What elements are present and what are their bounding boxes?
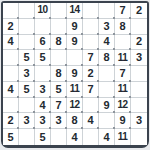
cell-r6-c6[interactable]: 7 [83,82,99,98]
cell-r9-c6[interactable] [83,129,99,145]
cell-r7-c5[interactable]: 12 [67,98,83,114]
cell-r2-c8[interactable]: 8 [115,19,131,35]
cell-r9-c7[interactable]: 4 [99,129,115,145]
cell-r8-c2[interactable]: 3 [19,113,35,129]
cell-r6-c3[interactable]: 3 [35,82,51,98]
cell-r6-c5[interactable]: 11 [67,82,83,98]
puzzle-board: 1014722938468942557811338927453511711471… [1,1,149,148]
cell-r7-c1[interactable] [3,98,19,114]
cell-r8-c3[interactable]: 3 [35,113,51,129]
cell-r1-c7[interactable] [99,3,115,19]
cell-r9-c3[interactable]: 5 [35,129,51,145]
cell-r2-c6[interactable] [83,19,99,35]
cell-r5-c6[interactable]: 2 [83,66,99,82]
cell-r4-c9[interactable]: 3 [131,50,147,66]
cell-r1-c3[interactable]: 10 [35,3,51,19]
cell-r9-c4[interactable] [51,129,67,145]
cell-r5-c5[interactable]: 9 [67,66,83,82]
cell-r4-c7[interactable]: 8 [99,50,115,66]
cell-r6-c9[interactable] [131,82,147,98]
cell-r3-c9[interactable]: 2 [131,35,147,51]
cell-r2-c2[interactable] [19,19,35,35]
cell-r5-c1[interactable] [3,66,19,82]
cell-r9-c9[interactable] [131,129,147,145]
cell-r5-c9[interactable] [131,66,147,82]
cell-r7-c9[interactable] [131,98,147,114]
cell-r1-c8[interactable]: 7 [115,3,131,19]
cell-r1-c6[interactable] [83,3,99,19]
cell-r3-c2[interactable] [19,35,35,51]
cell-r4-c3[interactable]: 5 [35,50,51,66]
cell-r5-c4[interactable]: 8 [51,66,67,82]
cell-r8-c9[interactable]: 3 [131,113,147,129]
cell-r7-c3[interactable]: 4 [35,98,51,114]
cell-r2-c1[interactable]: 2 [3,19,19,35]
cell-r9-c8[interactable]: 11 [115,129,131,145]
cell-r7-c4[interactable]: 7 [51,98,67,114]
cell-r8-c4[interactable]: 3 [51,113,67,129]
cell-r3-c3[interactable]: 6 [35,35,51,51]
cell-r2-c4[interactable] [51,19,67,35]
cell-r8-c8[interactable]: 9 [115,113,131,129]
cell-r2-c9[interactable] [131,19,147,35]
cell-r1-c9[interactable]: 2 [131,3,147,19]
cell-r3-c7[interactable]: 4 [99,35,115,51]
cell-r2-c5[interactable]: 9 [67,19,83,35]
cell-r8-c7[interactable] [99,113,115,129]
cell-r8-c6[interactable]: 4 [83,113,99,129]
cell-r4-c5[interactable] [67,50,83,66]
cell-r2-c3[interactable] [35,19,51,35]
cell-r1-c4[interactable] [51,3,67,19]
cell-r3-c1[interactable]: 4 [3,35,19,51]
cell-r7-c6[interactable] [83,98,99,114]
cell-r9-c5[interactable]: 4 [67,129,83,145]
cell-r3-c4[interactable]: 8 [51,35,67,51]
cell-r8-c1[interactable]: 2 [3,113,19,129]
cell-r9-c2[interactable] [19,129,35,145]
cell-r5-c3[interactable] [35,66,51,82]
cell-r1-c2[interactable] [19,3,35,19]
cell-r1-c5[interactable]: 14 [67,3,83,19]
cell-r5-c2[interactable]: 3 [19,66,35,82]
cell-r1-c1[interactable] [3,3,19,19]
cell-r8-c5[interactable]: 8 [67,113,83,129]
cell-r6-c8[interactable]: 11 [115,82,131,98]
cell-r4-c2[interactable]: 5 [19,50,35,66]
cell-r4-c6[interactable]: 7 [83,50,99,66]
cell-r4-c8[interactable]: 11 [115,50,131,66]
cell-r3-c6[interactable] [83,35,99,51]
cell-r4-c1[interactable] [3,50,19,66]
cell-r4-c4[interactable] [51,50,67,66]
cell-r6-c1[interactable]: 4 [3,82,19,98]
cell-r6-c7[interactable] [99,82,115,98]
cell-r7-c8[interactable]: 12 [115,98,131,114]
cell-r5-c7[interactable] [99,66,115,82]
cell-r3-c8[interactable] [115,35,131,51]
cell-r7-c2[interactable] [19,98,35,114]
cell-r6-c2[interactable]: 5 [19,82,35,98]
cell-r2-c7[interactable]: 3 [99,19,115,35]
cell-r3-c5[interactable]: 9 [67,35,83,51]
cell-r6-c4[interactable]: 5 [51,82,67,98]
cell-r7-c7[interactable]: 9 [99,98,115,114]
cell-r5-c8[interactable]: 7 [115,66,131,82]
cell-r9-c1[interactable]: 5 [3,129,19,145]
